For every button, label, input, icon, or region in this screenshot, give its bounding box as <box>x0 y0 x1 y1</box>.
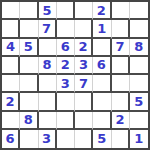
cell-r5c6[interactable] <box>93 75 111 93</box>
cell-r1c6[interactable]: 2 <box>93 2 111 20</box>
cell-r4c4[interactable]: 2 <box>57 57 75 75</box>
puzzle-page: 527145627882363725826351 <box>0 0 150 150</box>
cell-r6c6[interactable] <box>93 93 111 111</box>
cell-r3c1[interactable]: 4 <box>2 39 20 57</box>
cell-r3c2[interactable]: 5 <box>20 39 38 57</box>
cell-r8c1[interactable]: 6 <box>2 130 20 148</box>
sudoku-board: 527145627882363725826351 <box>0 0 150 150</box>
cell-r2c6[interactable]: 1 <box>93 20 111 38</box>
cell-r7c7[interactable]: 2 <box>112 112 130 130</box>
cell-r3c3[interactable] <box>39 39 57 57</box>
cell-r2c2[interactable] <box>20 20 38 38</box>
cell-r5c3[interactable] <box>39 75 57 93</box>
cell-r5c4[interactable]: 3 <box>57 75 75 93</box>
cell-r6c8[interactable]: 5 <box>130 93 148 111</box>
cell-r6c4[interactable] <box>57 93 75 111</box>
cell-r7c8[interactable] <box>130 112 148 130</box>
cell-r5c8[interactable] <box>130 75 148 93</box>
cell-r3c5[interactable]: 2 <box>75 39 93 57</box>
cell-r2c7[interactable] <box>112 20 130 38</box>
cell-r3c7[interactable]: 7 <box>112 39 130 57</box>
cell-r2c4[interactable] <box>57 20 75 38</box>
cell-r8c5[interactable] <box>75 130 93 148</box>
cell-r2c3[interactable]: 7 <box>39 20 57 38</box>
cell-r6c7[interactable] <box>112 93 130 111</box>
cell-r5c7[interactable] <box>112 75 130 93</box>
cell-r6c5[interactable] <box>75 93 93 111</box>
cell-r2c5[interactable] <box>75 20 93 38</box>
cell-r7c2[interactable]: 8 <box>20 112 38 130</box>
cell-r8c8[interactable]: 1 <box>130 130 148 148</box>
cell-r4c6[interactable]: 6 <box>93 57 111 75</box>
cell-r8c4[interactable] <box>57 130 75 148</box>
cell-r5c5[interactable]: 7 <box>75 75 93 93</box>
cell-r1c4[interactable] <box>57 2 75 20</box>
cell-r4c3[interactable]: 8 <box>39 57 57 75</box>
cell-r8c7[interactable] <box>112 130 130 148</box>
cell-r4c5[interactable]: 3 <box>75 57 93 75</box>
cell-r4c7[interactable] <box>112 57 130 75</box>
cell-r6c1[interactable]: 2 <box>2 93 20 111</box>
cell-r4c8[interactable] <box>130 57 148 75</box>
cell-r8c6[interactable]: 5 <box>93 130 111 148</box>
cell-r2c1[interactable] <box>2 20 20 38</box>
cell-r8c2[interactable] <box>20 130 38 148</box>
cell-r4c1[interactable] <box>2 57 20 75</box>
cell-r6c2[interactable] <box>20 93 38 111</box>
cell-r1c8[interactable] <box>130 2 148 20</box>
cell-r5c2[interactable] <box>20 75 38 93</box>
cell-r1c3[interactable]: 5 <box>39 2 57 20</box>
cell-r7c3[interactable] <box>39 112 57 130</box>
cell-r1c2[interactable] <box>20 2 38 20</box>
cell-r7c5[interactable] <box>75 112 93 130</box>
cell-r3c6[interactable] <box>93 39 111 57</box>
cell-r6c3[interactable] <box>39 93 57 111</box>
cell-r1c1[interactable] <box>2 2 20 20</box>
cell-r1c7[interactable] <box>112 2 130 20</box>
cell-r7c4[interactable] <box>57 112 75 130</box>
cell-r3c8[interactable]: 8 <box>130 39 148 57</box>
cell-r7c1[interactable] <box>2 112 20 130</box>
cell-r8c3[interactable]: 3 <box>39 130 57 148</box>
cell-r2c8[interactable] <box>130 20 148 38</box>
cell-r1c5[interactable] <box>75 2 93 20</box>
cell-r7c6[interactable] <box>93 112 111 130</box>
cell-r3c4[interactable]: 6 <box>57 39 75 57</box>
cell-r5c1[interactable] <box>2 75 20 93</box>
cell-r4c2[interactable] <box>20 57 38 75</box>
